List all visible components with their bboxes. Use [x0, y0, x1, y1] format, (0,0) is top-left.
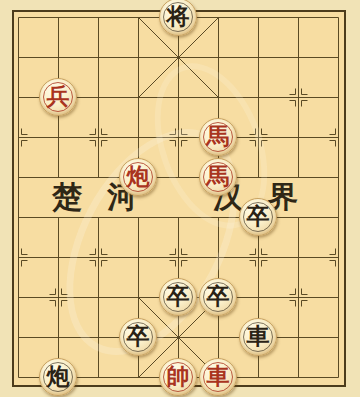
black-soldier-glyph: 卒: [127, 325, 150, 348]
red-cannon-piece[interactable]: 炮: [119, 158, 157, 196]
red-general-piece[interactable]: 帥: [159, 358, 197, 396]
red-horse-piece[interactable]: 馬: [199, 118, 237, 156]
black-soldier-piece[interactable]: 卒: [159, 278, 197, 316]
red-soldier-piece[interactable]: 兵: [39, 78, 77, 116]
red-horse-glyph: 馬: [207, 165, 230, 188]
black-chariot-piece[interactable]: 車: [239, 318, 277, 356]
black-chariot-glyph: 車: [247, 325, 270, 348]
red-cannon-glyph: 炮: [127, 165, 150, 188]
black-soldier-piece[interactable]: 卒: [199, 278, 237, 316]
black-soldier-piece[interactable]: 卒: [119, 318, 157, 356]
black-soldier-glyph: 卒: [167, 285, 190, 308]
xiangqi-screenshot: 楚河 汉界 将兵馬炮馬卒卒卒卒車炮帥車: [0, 0, 360, 397]
red-soldier-glyph: 兵: [47, 85, 70, 108]
black-general-glyph: 将: [167, 5, 190, 28]
black-cannon-piece[interactable]: 炮: [39, 358, 77, 396]
black-cannon-glyph: 炮: [47, 365, 70, 388]
red-horse-piece[interactable]: 馬: [199, 158, 237, 196]
black-soldier-glyph: 卒: [207, 285, 230, 308]
red-chariot-piece[interactable]: 車: [199, 358, 237, 396]
black-soldier-glyph: 卒: [247, 205, 270, 228]
red-general-glyph: 帥: [167, 365, 190, 388]
red-horse-glyph: 馬: [207, 125, 230, 148]
black-soldier-piece[interactable]: 卒: [239, 198, 277, 236]
red-chariot-glyph: 車: [207, 365, 230, 388]
